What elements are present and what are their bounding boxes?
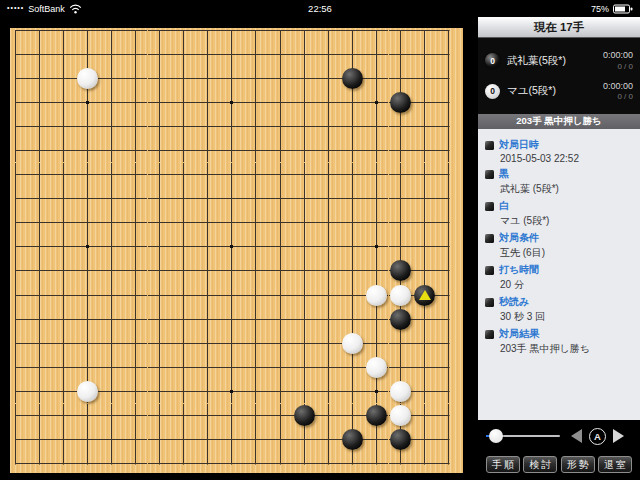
board-point[interactable] <box>196 331 220 355</box>
board-point[interactable] <box>51 42 75 66</box>
board-point[interactable] <box>75 90 99 114</box>
board-point[interactable] <box>123 163 147 187</box>
board-point[interactable] <box>437 66 461 90</box>
board-point[interactable] <box>75 138 99 162</box>
board-point[interactable] <box>437 307 461 331</box>
board-point[interactable] <box>220 379 244 403</box>
board-point[interactable] <box>220 283 244 307</box>
board-point[interactable] <box>27 66 51 90</box>
board-point[interactable] <box>3 163 27 187</box>
board-point[interactable] <box>437 211 461 235</box>
board-point[interactable] <box>99 428 123 452</box>
board-point[interactable] <box>340 283 364 307</box>
board-point[interactable] <box>268 379 292 403</box>
board-point[interactable] <box>75 187 99 211</box>
board-point[interactable] <box>75 235 99 259</box>
board-point[interactable] <box>244 331 268 355</box>
board-point[interactable] <box>244 114 268 138</box>
board-point[interactable] <box>437 138 461 162</box>
board-point[interactable] <box>364 452 388 476</box>
board-point[interactable] <box>51 66 75 90</box>
board-point[interactable] <box>316 163 340 187</box>
board-point[interactable] <box>3 42 27 66</box>
board-point[interactable] <box>172 355 196 379</box>
board-point[interactable] <box>292 138 316 162</box>
board-point[interactable] <box>292 452 316 476</box>
board-point[interactable] <box>364 235 388 259</box>
board-point[interactable] <box>437 114 461 138</box>
board-point[interactable] <box>27 42 51 66</box>
board-point[interactable] <box>437 90 461 114</box>
board-point[interactable] <box>196 114 220 138</box>
board-point[interactable] <box>364 404 388 428</box>
board-point[interactable] <box>220 90 244 114</box>
board-point[interactable] <box>196 187 220 211</box>
board-point[interactable] <box>364 42 388 66</box>
board-point[interactable] <box>340 452 364 476</box>
board-point[interactable] <box>148 379 172 403</box>
board-point[interactable] <box>123 307 147 331</box>
board-point[interactable] <box>292 114 316 138</box>
board-point[interactable] <box>196 66 220 90</box>
board-point[interactable] <box>268 307 292 331</box>
board-point[interactable] <box>220 66 244 90</box>
review-button[interactable]: 検討 <box>523 456 557 473</box>
board-point[interactable] <box>27 404 51 428</box>
board-point[interactable] <box>3 114 27 138</box>
board-point[interactable] <box>123 283 147 307</box>
board-point[interactable] <box>413 187 437 211</box>
evaluation-button[interactable]: 形勢 <box>561 456 595 473</box>
board-point[interactable] <box>51 211 75 235</box>
board-point[interactable] <box>75 404 99 428</box>
board-point[interactable] <box>75 452 99 476</box>
board-point[interactable] <box>364 259 388 283</box>
board-point[interactable] <box>268 235 292 259</box>
next-move-button[interactable] <box>613 429 624 443</box>
board-point[interactable] <box>172 163 196 187</box>
board-point[interactable] <box>413 331 437 355</box>
board-point[interactable] <box>148 283 172 307</box>
board-point[interactable] <box>364 187 388 211</box>
board-point[interactable] <box>268 331 292 355</box>
board-point[interactable] <box>123 90 147 114</box>
board-point[interactable] <box>75 259 99 283</box>
board-point[interactable] <box>51 404 75 428</box>
board-point[interactable] <box>340 379 364 403</box>
board-point[interactable] <box>123 379 147 403</box>
board-point[interactable] <box>292 18 316 42</box>
board-point[interactable] <box>316 283 340 307</box>
board-point[interactable] <box>244 355 268 379</box>
board-point[interactable] <box>75 283 99 307</box>
board-point[interactable] <box>220 452 244 476</box>
board-point[interactable] <box>316 42 340 66</box>
board-point[interactable] <box>75 114 99 138</box>
board-point[interactable] <box>172 90 196 114</box>
board-point[interactable] <box>196 283 220 307</box>
board-point[interactable] <box>389 163 413 187</box>
board-point[interactable] <box>99 138 123 162</box>
board-point[interactable] <box>27 163 51 187</box>
board-point[interactable] <box>413 379 437 403</box>
board-point[interactable] <box>27 235 51 259</box>
board-point[interactable] <box>148 114 172 138</box>
board-point[interactable] <box>268 187 292 211</box>
board-point[interactable] <box>75 42 99 66</box>
board-point[interactable] <box>75 379 99 403</box>
board-point[interactable] <box>172 428 196 452</box>
board-point[interactable] <box>437 259 461 283</box>
board-point[interactable] <box>99 66 123 90</box>
board-point[interactable] <box>244 428 268 452</box>
board-point[interactable] <box>75 66 99 90</box>
board-point[interactable] <box>268 211 292 235</box>
board-point[interactable] <box>292 283 316 307</box>
board-point[interactable] <box>196 163 220 187</box>
board-point[interactable] <box>364 428 388 452</box>
board-point[interactable] <box>389 428 413 452</box>
board-point[interactable] <box>292 163 316 187</box>
board-point[interactable] <box>123 404 147 428</box>
board-point[interactable] <box>316 259 340 283</box>
board-point[interactable] <box>123 138 147 162</box>
board-point[interactable] <box>51 138 75 162</box>
moves-button[interactable]: 手順 <box>486 456 520 473</box>
board-point[interactable] <box>172 452 196 476</box>
board-point[interactable] <box>292 379 316 403</box>
board-point[interactable] <box>437 404 461 428</box>
board-point[interactable] <box>389 66 413 90</box>
board-point[interactable] <box>244 307 268 331</box>
board-point[interactable] <box>196 138 220 162</box>
board-point[interactable] <box>27 331 51 355</box>
board-point[interactable] <box>437 235 461 259</box>
board-point[interactable] <box>148 404 172 428</box>
board-point[interactable] <box>99 307 123 331</box>
board-point[interactable] <box>27 379 51 403</box>
board-point[interactable] <box>413 283 437 307</box>
board-point[interactable] <box>244 187 268 211</box>
board-point[interactable] <box>3 355 27 379</box>
board-point[interactable] <box>244 66 268 90</box>
board-point[interactable] <box>99 114 123 138</box>
board-point[interactable] <box>27 138 51 162</box>
board-point[interactable] <box>292 259 316 283</box>
board-point[interactable] <box>437 18 461 42</box>
board-point[interactable] <box>220 404 244 428</box>
board-point[interactable] <box>244 42 268 66</box>
board-point[interactable] <box>75 307 99 331</box>
leave-room-button[interactable]: 退室 <box>598 456 632 473</box>
board-point[interactable] <box>389 187 413 211</box>
board-point[interactable] <box>123 42 147 66</box>
board-point[interactable] <box>75 428 99 452</box>
board-point[interactable] <box>364 66 388 90</box>
board-point[interactable] <box>340 331 364 355</box>
board-point[interactable] <box>220 307 244 331</box>
board-point[interactable] <box>123 331 147 355</box>
board-point[interactable] <box>220 331 244 355</box>
board-point[interactable] <box>148 187 172 211</box>
board-point[interactable] <box>148 259 172 283</box>
board-point[interactable] <box>196 235 220 259</box>
board-point[interactable] <box>413 211 437 235</box>
board-point[interactable] <box>340 163 364 187</box>
board-point[interactable] <box>51 235 75 259</box>
board-point[interactable] <box>123 114 147 138</box>
board-point[interactable] <box>316 355 340 379</box>
board-point[interactable] <box>413 235 437 259</box>
board-point[interactable] <box>51 90 75 114</box>
board-point[interactable] <box>99 235 123 259</box>
board-point[interactable] <box>148 42 172 66</box>
board-point[interactable] <box>148 66 172 90</box>
board-point[interactable] <box>437 163 461 187</box>
board-point[interactable] <box>99 404 123 428</box>
board-point[interactable] <box>316 18 340 42</box>
board-point[interactable] <box>3 259 27 283</box>
board-point[interactable] <box>244 259 268 283</box>
board-point[interactable] <box>148 452 172 476</box>
board-point[interactable] <box>3 66 27 90</box>
board-point[interactable] <box>99 42 123 66</box>
board-point[interactable] <box>316 235 340 259</box>
board-point[interactable] <box>316 404 340 428</box>
board-point[interactable] <box>172 138 196 162</box>
board-point[interactable] <box>75 355 99 379</box>
board-point[interactable] <box>389 42 413 66</box>
board-point[interactable] <box>437 428 461 452</box>
board-point[interactable] <box>268 42 292 66</box>
board-point[interactable] <box>172 114 196 138</box>
board-point[interactable] <box>244 18 268 42</box>
board-point[interactable] <box>364 90 388 114</box>
board-point[interactable] <box>27 18 51 42</box>
board-point[interactable] <box>99 211 123 235</box>
board-point[interactable] <box>51 187 75 211</box>
board-point[interactable] <box>389 307 413 331</box>
move-slider[interactable] <box>486 435 560 437</box>
board-point[interactable] <box>268 259 292 283</box>
board-point[interactable] <box>3 428 27 452</box>
board-point[interactable] <box>389 283 413 307</box>
board-point[interactable] <box>244 138 268 162</box>
board-point[interactable] <box>51 114 75 138</box>
board-point[interactable] <box>148 138 172 162</box>
board-point[interactable] <box>196 379 220 403</box>
board-point[interactable] <box>196 307 220 331</box>
board-point[interactable] <box>364 138 388 162</box>
board-point[interactable] <box>220 42 244 66</box>
board-point[interactable] <box>340 355 364 379</box>
board-point[interactable] <box>364 307 388 331</box>
board-point[interactable] <box>244 283 268 307</box>
board-point[interactable] <box>196 428 220 452</box>
board-point[interactable] <box>3 283 27 307</box>
board-point[interactable] <box>268 114 292 138</box>
board-point[interactable] <box>389 18 413 42</box>
board-point[interactable] <box>292 307 316 331</box>
board-point[interactable] <box>172 331 196 355</box>
board-point[interactable] <box>316 452 340 476</box>
board-point[interactable] <box>220 187 244 211</box>
board-point[interactable] <box>99 187 123 211</box>
board-point[interactable] <box>148 355 172 379</box>
board-point[interactable] <box>196 211 220 235</box>
board-point[interactable] <box>340 18 364 42</box>
board-point[interactable] <box>51 428 75 452</box>
board-point[interactable] <box>51 163 75 187</box>
board-point[interactable] <box>123 18 147 42</box>
board-point[interactable] <box>172 211 196 235</box>
board-point[interactable] <box>172 187 196 211</box>
board-point[interactable] <box>3 18 27 42</box>
board-point[interactable] <box>292 235 316 259</box>
board-point[interactable] <box>27 283 51 307</box>
board-point[interactable] <box>27 211 51 235</box>
board-point[interactable] <box>3 379 27 403</box>
board-point[interactable] <box>268 355 292 379</box>
board-point[interactable] <box>99 379 123 403</box>
board-point[interactable] <box>340 428 364 452</box>
board-point[interactable] <box>413 90 437 114</box>
board-point[interactable] <box>123 259 147 283</box>
board-point[interactable] <box>220 211 244 235</box>
board-point[interactable] <box>437 452 461 476</box>
board-point[interactable] <box>389 331 413 355</box>
board-point[interactable] <box>292 428 316 452</box>
board-point[interactable] <box>220 114 244 138</box>
board-point[interactable] <box>99 355 123 379</box>
board-point[interactable] <box>51 379 75 403</box>
board-point[interactable] <box>99 452 123 476</box>
board-point[interactable] <box>51 307 75 331</box>
board-point[interactable] <box>27 355 51 379</box>
board-point[interactable] <box>3 138 27 162</box>
board-point[interactable] <box>172 42 196 66</box>
board-point[interactable] <box>389 355 413 379</box>
board-point[interactable] <box>172 379 196 403</box>
board-point[interactable] <box>292 42 316 66</box>
board-point[interactable] <box>389 138 413 162</box>
board-point[interactable] <box>99 331 123 355</box>
board-point[interactable] <box>196 42 220 66</box>
board-point[interactable] <box>220 355 244 379</box>
board-point[interactable] <box>99 90 123 114</box>
board-point[interactable] <box>292 404 316 428</box>
board-point[interactable] <box>292 187 316 211</box>
board-point[interactable] <box>389 235 413 259</box>
board-point[interactable] <box>389 90 413 114</box>
board-point[interactable] <box>148 235 172 259</box>
board-point[interactable] <box>172 66 196 90</box>
board-point[interactable] <box>27 259 51 283</box>
board-point[interactable] <box>27 114 51 138</box>
board-point[interactable] <box>99 163 123 187</box>
board-point[interactable] <box>220 259 244 283</box>
board-point[interactable] <box>316 331 340 355</box>
board-point[interactable] <box>220 428 244 452</box>
board-point[interactable] <box>3 90 27 114</box>
board-point[interactable] <box>437 379 461 403</box>
board-point[interactable] <box>316 187 340 211</box>
board-point[interactable] <box>148 163 172 187</box>
board-point[interactable] <box>172 259 196 283</box>
board-point[interactable] <box>244 163 268 187</box>
board-point[interactable] <box>27 428 51 452</box>
board-point[interactable] <box>316 307 340 331</box>
board-point[interactable] <box>364 331 388 355</box>
board-point[interactable] <box>75 18 99 42</box>
board-point[interactable] <box>316 211 340 235</box>
board-point[interactable] <box>123 355 147 379</box>
board-point[interactable] <box>413 114 437 138</box>
board-point[interactable] <box>437 355 461 379</box>
board-point[interactable] <box>51 259 75 283</box>
board-point[interactable] <box>316 90 340 114</box>
go-board-grid[interactable] <box>3 18 461 476</box>
board-point[interactable] <box>340 307 364 331</box>
board-point[interactable] <box>268 452 292 476</box>
board-point[interactable] <box>389 114 413 138</box>
board-point[interactable] <box>413 428 437 452</box>
board-point[interactable] <box>389 404 413 428</box>
board-point[interactable] <box>220 163 244 187</box>
board-point[interactable] <box>51 355 75 379</box>
board-point[interactable] <box>172 283 196 307</box>
board-point[interactable] <box>172 307 196 331</box>
board-point[interactable] <box>389 452 413 476</box>
board-point[interactable] <box>316 379 340 403</box>
board-point[interactable] <box>316 66 340 90</box>
slider-knob[interactable] <box>489 429 503 443</box>
board-point[interactable] <box>123 428 147 452</box>
board-point[interactable] <box>220 18 244 42</box>
board-point[interactable] <box>148 307 172 331</box>
board-point[interactable] <box>437 187 461 211</box>
board-point[interactable] <box>413 138 437 162</box>
board-point[interactable] <box>389 379 413 403</box>
board-point[interactable] <box>27 187 51 211</box>
board-point[interactable] <box>340 114 364 138</box>
board-point[interactable] <box>27 452 51 476</box>
board-point[interactable] <box>99 18 123 42</box>
board-point[interactable] <box>196 18 220 42</box>
board-point[interactable] <box>123 235 147 259</box>
board-point[interactable] <box>292 355 316 379</box>
board-point[interactable] <box>413 163 437 187</box>
board-point[interactable] <box>364 211 388 235</box>
board-point[interactable] <box>244 379 268 403</box>
board-point[interactable] <box>27 90 51 114</box>
board-point[interactable] <box>244 404 268 428</box>
board-point[interactable] <box>196 259 220 283</box>
board-point[interactable] <box>437 331 461 355</box>
board-point[interactable] <box>268 428 292 452</box>
board-point[interactable] <box>148 428 172 452</box>
board-point[interactable] <box>3 211 27 235</box>
board-point[interactable] <box>340 187 364 211</box>
board-point[interactable] <box>413 259 437 283</box>
board-point[interactable] <box>51 283 75 307</box>
board-point[interactable] <box>340 66 364 90</box>
board-point[interactable] <box>196 404 220 428</box>
board-point[interactable] <box>220 235 244 259</box>
board-point[interactable] <box>292 331 316 355</box>
board-point[interactable] <box>196 90 220 114</box>
board-point[interactable] <box>268 283 292 307</box>
